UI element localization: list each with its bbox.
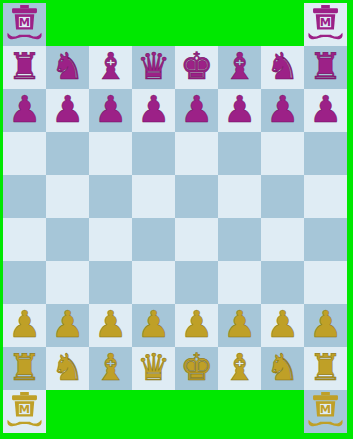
square-a2[interactable]: ♟ (3, 304, 46, 347)
background-gap (175, 3, 218, 46)
square-h3[interactable] (304, 261, 347, 304)
background-gap (261, 390, 304, 433)
square-e5[interactable] (175, 175, 218, 218)
piece-white-rook-a1[interactable]: ♜ (8, 349, 41, 386)
square-h6[interactable] (304, 132, 347, 175)
square-c8[interactable]: ♝ (89, 46, 132, 89)
background-gap (46, 390, 89, 433)
piece-black-knight-b8[interactable]: ♞ (51, 48, 84, 85)
square-b8[interactable]: ♞ (46, 46, 89, 89)
piece-black-queen-d8[interactable]: ♛ (137, 48, 170, 85)
piece-black-knight-g8[interactable]: ♞ (266, 48, 299, 85)
square-h7[interactable]: ♟ (304, 89, 347, 132)
square-c2[interactable]: ♟ (89, 304, 132, 347)
square-f2[interactable]: ♟ (218, 304, 261, 347)
piece-white-knight-g1[interactable]: ♞ (266, 349, 299, 386)
background-gap (175, 390, 218, 433)
square-e3[interactable] (175, 261, 218, 304)
background-gap (261, 3, 304, 46)
square-b1[interactable]: ♞ (46, 347, 89, 390)
piece-white-pawn-b2[interactable]: ♟ (51, 306, 84, 343)
piece-black-pawn-g7[interactable]: ♟ (266, 91, 299, 128)
square-c4[interactable] (89, 218, 132, 261)
square-g8[interactable]: ♞ (261, 46, 304, 89)
background-gap (132, 3, 175, 46)
piece-black-rook-h8[interactable]: ♜ (309, 48, 342, 85)
m-badge-icon: M (306, 392, 345, 431)
square-a5[interactable] (3, 175, 46, 218)
background-gap (132, 390, 175, 433)
piece-black-rook-a8[interactable]: ♜ (8, 48, 41, 85)
square-h2[interactable]: ♟ (304, 304, 347, 347)
square-d4[interactable] (132, 218, 175, 261)
square-c7[interactable]: ♟ (89, 89, 132, 132)
m-badge-icon: M (5, 5, 44, 44)
piece-white-queen-d1[interactable]: ♛ (137, 349, 170, 386)
square-h5[interactable] (304, 175, 347, 218)
background-gap (218, 390, 261, 433)
piece-black-pawn-a7[interactable]: ♟ (8, 91, 41, 128)
piece-white-pawn-f2[interactable]: ♟ (223, 306, 256, 343)
square-g5[interactable] (261, 175, 304, 218)
square-a3[interactable] (3, 261, 46, 304)
square-b3[interactable] (46, 261, 89, 304)
square-g1[interactable]: ♞ (261, 347, 304, 390)
piece-white-knight-b1[interactable]: ♞ (51, 349, 84, 386)
background-gap (46, 3, 89, 46)
m-badge-icon: M (5, 392, 44, 431)
square-g3[interactable] (261, 261, 304, 304)
piece-white-bishop-c1[interactable]: ♝ (94, 349, 127, 386)
square-g2[interactable]: ♟ (261, 304, 304, 347)
piece-white-pawn-d2[interactable]: ♟ (137, 306, 170, 343)
square-e2[interactable]: ♟ (175, 304, 218, 347)
piece-white-rook-h1[interactable]: ♜ (309, 349, 342, 386)
square-f7[interactable]: ♟ (218, 89, 261, 132)
square-h4[interactable] (304, 218, 347, 261)
svg-text:M: M (19, 402, 30, 416)
background-gap (218, 3, 261, 46)
square-f5[interactable] (218, 175, 261, 218)
square-e6[interactable] (175, 132, 218, 175)
piece-white-pawn-a2[interactable]: ♟ (8, 306, 41, 343)
square-h8[interactable]: ♜ (304, 46, 347, 89)
corner-badge-top-left: M (3, 3, 46, 46)
square-d1[interactable]: ♛ (132, 347, 175, 390)
square-b5[interactable] (46, 175, 89, 218)
piece-black-pawn-e7[interactable]: ♟ (180, 91, 213, 128)
square-h1[interactable]: ♜ (304, 347, 347, 390)
square-g6[interactable] (261, 132, 304, 175)
piece-white-pawn-g2[interactable]: ♟ (266, 306, 299, 343)
piece-white-pawn-h2[interactable]: ♟ (309, 306, 342, 343)
piece-white-pawn-e2[interactable]: ♟ (180, 306, 213, 343)
square-d6[interactable] (132, 132, 175, 175)
square-c5[interactable] (89, 175, 132, 218)
square-a7[interactable]: ♟ (3, 89, 46, 132)
m-badge-icon: M (306, 5, 345, 44)
piece-black-pawn-d7[interactable]: ♟ (137, 91, 170, 128)
square-a1[interactable]: ♜ (3, 347, 46, 390)
background-gap (89, 3, 132, 46)
corner-badge-bottom-right: M (304, 390, 347, 433)
square-c1[interactable]: ♝ (89, 347, 132, 390)
square-b7[interactable]: ♟ (46, 89, 89, 132)
square-b2[interactable]: ♟ (46, 304, 89, 347)
piece-white-bishop-f1[interactable]: ♝ (223, 349, 256, 386)
piece-black-pawn-h7[interactable]: ♟ (309, 91, 342, 128)
square-f8[interactable]: ♝ (218, 46, 261, 89)
square-a6[interactable] (3, 132, 46, 175)
piece-black-king-e8[interactable]: ♚ (180, 48, 213, 85)
square-f4[interactable] (218, 218, 261, 261)
square-b4[interactable] (46, 218, 89, 261)
square-d8[interactable]: ♛ (132, 46, 175, 89)
svg-text:M: M (19, 15, 30, 29)
svg-text:M: M (320, 15, 331, 29)
square-d5[interactable] (132, 175, 175, 218)
square-a4[interactable] (3, 218, 46, 261)
square-e8[interactable]: ♚ (175, 46, 218, 89)
square-f6[interactable] (218, 132, 261, 175)
piece-black-pawn-b7[interactable]: ♟ (51, 91, 84, 128)
square-f3[interactable] (218, 261, 261, 304)
square-g4[interactable] (261, 218, 304, 261)
square-a8[interactable]: ♜ (3, 46, 46, 89)
square-e4[interactable] (175, 218, 218, 261)
square-c3[interactable] (89, 261, 132, 304)
piece-black-bishop-f8[interactable]: ♝ (223, 48, 256, 85)
corner-badge-top-right: M (304, 3, 347, 46)
square-d7[interactable]: ♟ (132, 89, 175, 132)
square-d2[interactable]: ♟ (132, 304, 175, 347)
piece-black-pawn-c7[interactable]: ♟ (94, 91, 127, 128)
piece-white-pawn-c2[interactable]: ♟ (94, 306, 127, 343)
chess-app-window: { "game": "chess", "position": { "fen": … (0, 0, 353, 439)
piece-black-bishop-c8[interactable]: ♝ (94, 48, 127, 85)
background-gap (89, 390, 132, 433)
svg-text:M: M (320, 402, 331, 416)
square-e7[interactable]: ♟ (175, 89, 218, 132)
square-c6[interactable] (89, 132, 132, 175)
piece-black-pawn-f7[interactable]: ♟ (223, 91, 256, 128)
square-f1[interactable]: ♝ (218, 347, 261, 390)
piece-white-king-e1[interactable]: ♚ (180, 349, 213, 386)
corner-badge-bottom-left: M (3, 390, 46, 433)
square-e1[interactable]: ♚ (175, 347, 218, 390)
chess-board: MM♜♞♝♛♚♝♞♜♟♟♟♟♟♟♟♟♟♟♟♟♟♟♟♟♜♞♝♛♚♝♞♜MM (3, 3, 347, 433)
square-d3[interactable] (132, 261, 175, 304)
square-b6[interactable] (46, 132, 89, 175)
square-g7[interactable]: ♟ (261, 89, 304, 132)
